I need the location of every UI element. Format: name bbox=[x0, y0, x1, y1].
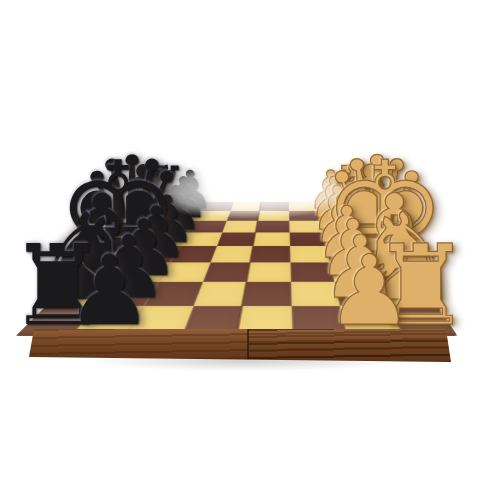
chess-set-photo: ♜♞♝♛♚♝♞♜♟♟♟♟♟♟♟♟♟♟♟♟♟♟♟♟♜♞♝♛♚♝♞♜ bbox=[0, 0, 500, 500]
piece-white-pawn-h2: ♟ bbox=[326, 243, 413, 340]
piece-black-pawn-h7: ♟ bbox=[66, 243, 153, 340]
